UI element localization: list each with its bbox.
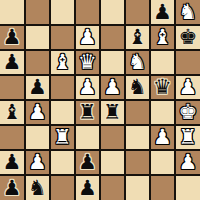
square-e6[interactable]: [100, 50, 125, 75]
square-e3[interactable]: [100, 125, 125, 150]
square-b4[interactable]: ♟: [25, 100, 50, 125]
square-h6[interactable]: [175, 50, 200, 75]
square-b8[interactable]: [25, 0, 50, 25]
square-e2[interactable]: [100, 150, 125, 175]
square-g6[interactable]: [150, 50, 175, 75]
square-d6[interactable]: ♛: [75, 50, 100, 75]
square-f1[interactable]: [125, 175, 150, 200]
square-g1[interactable]: [150, 175, 175, 200]
square-c6[interactable]: ♝: [50, 50, 75, 75]
square-c8[interactable]: [50, 0, 75, 25]
square-d8[interactable]: [75, 0, 100, 25]
piece-black-queen[interactable]: ♛: [153, 77, 172, 98]
square-d1[interactable]: ♟: [75, 175, 100, 200]
piece-black-king[interactable]: ♚: [179, 27, 198, 48]
square-h4[interactable]: ♚: [175, 100, 200, 125]
piece-white-bishop[interactable]: ♝: [53, 52, 72, 73]
square-c3[interactable]: ♜: [50, 125, 75, 150]
square-h7[interactable]: ♚: [175, 25, 200, 50]
piece-black-knight[interactable]: ♞: [128, 77, 147, 98]
piece-black-pawn[interactable]: ♟: [153, 2, 172, 23]
square-g3[interactable]: ♟: [150, 125, 175, 150]
square-b5[interactable]: ♟: [25, 75, 50, 100]
square-a7[interactable]: ♟: [0, 25, 25, 50]
piece-black-pawn[interactable]: ♟: [3, 52, 22, 73]
square-f5[interactable]: ♞: [125, 75, 150, 100]
piece-white-pawn[interactable]: ♟: [28, 102, 47, 123]
square-b1[interactable]: ♞: [25, 175, 50, 200]
piece-white-pawn[interactable]: ♟: [179, 152, 198, 173]
piece-black-knight[interactable]: ♞: [28, 178, 47, 199]
square-f2[interactable]: [125, 150, 150, 175]
piece-black-pawn[interactable]: ♟: [78, 178, 97, 199]
square-e5[interactable]: ♟: [100, 75, 125, 100]
square-f6[interactable]: ♞: [125, 50, 150, 75]
square-c7[interactable]: [50, 25, 75, 50]
piece-black-pawn[interactable]: ♟: [3, 27, 22, 48]
square-e4[interactable]: ♜: [100, 100, 125, 125]
square-h3[interactable]: ♜: [175, 125, 200, 150]
square-a4[interactable]: ♝: [0, 100, 25, 125]
chess-board: ♟♞♟♟♝♝♚♟♝♛♞♟♟♟♞♛♟♝♟♜♜♚♜♟♜♟♟♟♟♟♞♟: [0, 0, 200, 200]
piece-white-rook[interactable]: ♜: [53, 127, 72, 148]
piece-white-rook[interactable]: ♜: [179, 127, 198, 148]
square-e8[interactable]: [100, 0, 125, 25]
square-d5[interactable]: ♟: [75, 75, 100, 100]
square-g4[interactable]: [150, 100, 175, 125]
square-g8[interactable]: ♟: [150, 0, 175, 25]
piece-white-bishop[interactable]: ♝: [153, 27, 172, 48]
square-a1[interactable]: ♟: [0, 175, 25, 200]
square-g2[interactable]: [150, 150, 175, 175]
piece-black-pawn[interactable]: ♟: [3, 152, 22, 173]
square-f8[interactable]: [125, 0, 150, 25]
piece-white-pawn[interactable]: ♟: [28, 152, 47, 173]
piece-black-rook[interactable]: ♜: [103, 102, 122, 123]
square-g7[interactable]: ♝: [150, 25, 175, 50]
piece-white-pawn[interactable]: ♟: [78, 27, 97, 48]
square-c2[interactable]: [50, 150, 75, 175]
piece-black-pawn[interactable]: ♟: [28, 77, 47, 98]
piece-black-rook[interactable]: ♜: [78, 102, 97, 123]
piece-black-pawn[interactable]: ♟: [78, 152, 97, 173]
square-d7[interactable]: ♟: [75, 25, 100, 50]
piece-white-pawn[interactable]: ♟: [153, 127, 172, 148]
square-b7[interactable]: [25, 25, 50, 50]
square-f7[interactable]: ♝: [125, 25, 150, 50]
square-d4[interactable]: ♜: [75, 100, 100, 125]
square-g5[interactable]: ♛: [150, 75, 175, 100]
piece-white-king[interactable]: ♚: [179, 102, 198, 123]
square-f3[interactable]: [125, 125, 150, 150]
square-b2[interactable]: ♟: [25, 150, 50, 175]
square-a3[interactable]: [0, 125, 25, 150]
square-a5[interactable]: [0, 75, 25, 100]
piece-white-pawn[interactable]: ♟: [179, 77, 198, 98]
square-a2[interactable]: ♟: [0, 150, 25, 175]
square-e7[interactable]: [100, 25, 125, 50]
piece-white-knight[interactable]: ♞: [179, 2, 198, 23]
square-c1[interactable]: [50, 175, 75, 200]
square-b6[interactable]: [25, 50, 50, 75]
square-b3[interactable]: [25, 125, 50, 150]
piece-white-knight[interactable]: ♞: [128, 52, 147, 73]
piece-white-pawn[interactable]: ♟: [103, 77, 122, 98]
square-f4[interactable]: [125, 100, 150, 125]
square-c5[interactable]: [50, 75, 75, 100]
square-a6[interactable]: ♟: [0, 50, 25, 75]
square-d2[interactable]: ♟: [75, 150, 100, 175]
square-d3[interactable]: [75, 125, 100, 150]
piece-black-pawn[interactable]: ♟: [3, 178, 22, 199]
square-e1[interactable]: [100, 175, 125, 200]
square-h5[interactable]: ♟: [175, 75, 200, 100]
piece-white-queen[interactable]: ♛: [78, 52, 97, 73]
piece-black-bishop[interactable]: ♝: [128, 27, 147, 48]
piece-white-pawn[interactable]: ♟: [78, 77, 97, 98]
piece-black-bishop[interactable]: ♝: [3, 102, 22, 123]
square-h2[interactable]: ♟: [175, 150, 200, 175]
square-h8[interactable]: ♞: [175, 0, 200, 25]
square-c4[interactable]: [50, 100, 75, 125]
square-a8[interactable]: [0, 0, 25, 25]
square-h1[interactable]: [175, 175, 200, 200]
